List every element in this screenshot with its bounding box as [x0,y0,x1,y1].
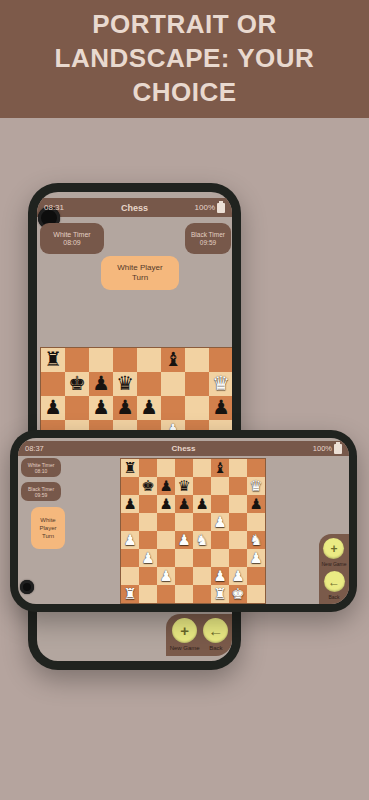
square-f4[interactable] [211,531,229,549]
square-d2[interactable] [175,567,193,585]
black-timer-button[interactable]: Black Timer 09:59 [21,482,61,501]
square-h1[interactable] [247,585,265,603]
turn-line: Turn [132,273,148,283]
piece-wn: ♞ [249,531,262,549]
turn-indicator-badge: White Player Turn [101,256,179,290]
piece-bp: ♟ [159,477,172,495]
square-e7[interactable] [193,477,211,495]
square-c4[interactable] [157,531,175,549]
square-b7[interactable]: ♚ [65,372,89,396]
piece-wk: ♚ [231,585,244,603]
piece-wq: ♛ [212,372,230,396]
square-c1[interactable] [157,585,175,603]
square-h6[interactable]: ♟ [247,495,265,513]
piece-bp: ♟ [195,495,208,513]
square-e4[interactable]: ♞ [193,531,211,549]
landscape-action-panel: + New Game ← Back [319,534,349,604]
square-e2[interactable] [193,567,211,585]
square-g7[interactable] [185,372,209,396]
piece-bb: ♝ [213,459,226,477]
square-a8[interactable]: ♜ [121,459,139,477]
piece-bp: ♟ [92,396,110,420]
square-h3[interactable]: ♟ [247,549,265,567]
square-b8[interactable] [139,459,157,477]
square-c5[interactable] [157,513,175,531]
square-a4[interactable]: ♟ [121,531,139,549]
piece-br: ♜ [123,459,136,477]
piece-bp: ♟ [92,372,110,396]
clock-time: 08:37 [25,444,44,453]
landscape-phone: Chess 08:37 100% White Timer 08:10 Black… [10,430,357,612]
square-f8[interactable]: ♝ [211,459,229,477]
square-e5[interactable] [193,513,211,531]
square-d6[interactable]: ♟ [113,396,137,420]
black-timer-label: Black Timer [191,231,225,238]
back-button[interactable]: ← [324,571,345,592]
piece-wp: ♟ [249,549,262,567]
piece-bp: ♟ [177,495,190,513]
square-b6[interactable] [65,396,89,420]
square-g3[interactable] [229,549,247,567]
square-c8[interactable] [157,459,175,477]
white-timer-button[interactable]: White Timer 08:09 [40,223,104,254]
piece-wp: ♟ [123,531,136,549]
piece-bp: ♟ [249,495,262,513]
square-b1[interactable] [139,585,157,603]
square-f1[interactable]: ♜ [211,585,229,603]
portrait-action-panel: + New Game ← Back [166,614,232,656]
square-e7[interactable] [137,372,161,396]
black-timer-value: 09:59 [200,239,216,246]
battery-percent: 100% [313,444,332,453]
white-timer-value: 08:10 [35,468,48,474]
front-camera-hole [20,580,34,594]
portrait-app-bar: Chess 08:31 100% [37,198,232,217]
battery-status: 100% [313,444,342,454]
turn-line: Turn [42,532,54,540]
turn-line: White [40,516,55,524]
square-a3[interactable] [121,549,139,567]
turn-line: White Player [117,263,162,273]
square-h8[interactable] [247,459,265,477]
piece-bq: ♛ [177,477,190,495]
landscape-app-bar: Chess 08:37 100% [18,441,349,456]
back-label: Back [328,594,339,600]
piece-wq: ♛ [249,477,262,495]
promo-title: PORTRAIT OR LANDSCAPE: YOUR CHOICE [0,8,369,109]
square-g2[interactable]: ♟ [229,567,247,585]
piece-bp: ♟ [159,495,172,513]
battery-icon [334,444,342,454]
square-b6[interactable] [139,495,157,513]
piece-bp: ♟ [44,396,62,420]
square-g7[interactable] [229,477,247,495]
square-f6[interactable] [211,495,229,513]
square-g4[interactable] [229,531,247,549]
piece-bp: ♟ [123,495,136,513]
square-f8[interactable]: ♝ [161,348,185,372]
back-group: ← Back [203,618,228,651]
back-button[interactable]: ← [203,618,228,643]
square-c3[interactable] [157,549,175,567]
square-b3[interactable]: ♟ [139,549,157,567]
piece-wp: ♟ [159,567,172,585]
white-timer-label: White Timer [53,231,90,238]
piece-bp: ♟ [116,396,134,420]
black-timer-button[interactable]: Black Timer 09:59 [185,223,231,254]
square-f5[interactable]: ♟ [211,513,229,531]
piece-wp: ♟ [213,513,226,531]
piece-wp: ♟ [177,531,190,549]
square-c2[interactable]: ♟ [157,567,175,585]
battery-status: 100% [195,203,225,213]
square-b2[interactable] [139,567,157,585]
square-g5[interactable] [229,513,247,531]
square-e6[interactable]: ♟ [193,495,211,513]
new-game-button[interactable]: + [323,538,344,559]
promo-screenshot: PORTRAIT OR LANDSCAPE: YOUR CHOICE Chess… [0,0,369,800]
square-b8[interactable] [65,348,89,372]
piece-wp: ♟ [141,549,154,567]
square-f3[interactable] [211,549,229,567]
square-h2[interactable] [247,567,265,585]
piece-bk: ♚ [68,372,86,396]
back-group: ← Back [324,571,345,600]
back-label: Back [209,645,222,651]
square-d5[interactable] [175,513,193,531]
clock-time: 08:31 [44,203,64,212]
piece-wr: ♜ [213,585,226,603]
new-game-label: New Game [170,645,200,651]
piece-bb: ♝ [164,348,182,372]
black-timer-value: 09:59 [35,492,48,498]
square-a1[interactable]: ♜ [121,585,139,603]
piece-bp: ♟ [140,396,158,420]
new-game-button[interactable]: + [172,618,197,643]
square-e8[interactable] [137,348,161,372]
square-c7[interactable]: ♟ [89,372,113,396]
square-c7[interactable]: ♟ [157,477,175,495]
battery-icon [217,203,225,213]
square-h4[interactable]: ♞ [247,531,265,549]
piece-bp: ♟ [212,396,230,420]
square-f6[interactable] [161,396,185,420]
square-b4[interactable] [139,531,157,549]
piece-wn: ♞ [195,531,208,549]
square-h7[interactable]: ♛ [209,372,232,396]
square-d1[interactable] [175,585,193,603]
square-h7[interactable]: ♛ [247,477,265,495]
square-a7[interactable] [41,372,65,396]
new-game-label: New Game [321,561,346,567]
turn-line: Player [39,524,56,532]
square-a2[interactable] [121,567,139,585]
square-d3[interactable] [175,549,193,567]
square-g6[interactable] [185,396,209,420]
piece-bk: ♚ [141,477,154,495]
square-a6[interactable]: ♟ [121,495,139,513]
square-g1[interactable]: ♚ [229,585,247,603]
battery-percent: 100% [195,203,215,212]
square-g8[interactable] [185,348,209,372]
square-b5[interactable] [139,513,157,531]
piece-wr: ♜ [123,585,136,603]
square-e8[interactable] [193,459,211,477]
chess-board-landscape: ♜♝♚♟♛♛♟♟♟♟♟♟♟♟♞♞♟♟♟♟♟♜♜♚ [120,458,266,604]
piece-bq: ♛ [116,372,134,396]
square-a6[interactable]: ♟ [41,396,65,420]
square-f7[interactable] [211,477,229,495]
piece-wp: ♟ [213,567,226,585]
square-a5[interactable] [121,513,139,531]
white-timer-button[interactable]: White Timer 08:10 [21,458,61,477]
square-f7[interactable] [161,372,185,396]
square-d8[interactable] [113,348,137,372]
white-timer-value: 08:09 [63,239,81,246]
square-d7[interactable]: ♛ [175,477,193,495]
square-d4[interactable]: ♟ [175,531,193,549]
square-g6[interactable] [229,495,247,513]
app-title: Chess [18,444,349,453]
square-b7[interactable]: ♚ [139,477,157,495]
square-e6[interactable]: ♟ [137,396,161,420]
square-a7[interactable] [121,477,139,495]
square-e3[interactable] [193,549,211,567]
promo-banner: PORTRAIT OR LANDSCAPE: YOUR CHOICE [0,0,369,118]
square-h5[interactable] [247,513,265,531]
new-game-group: + New Game [170,618,200,651]
square-h6[interactable]: ♟ [209,396,232,420]
square-a8[interactable]: ♜ [41,348,65,372]
square-c6[interactable]: ♟ [89,396,113,420]
square-c8[interactable] [89,348,113,372]
square-d7[interactable]: ♛ [113,372,137,396]
new-game-group: + New Game [321,538,346,567]
piece-wp: ♟ [231,567,244,585]
square-c6[interactable]: ♟ [157,495,175,513]
square-h8[interactable] [209,348,232,372]
piece-br: ♜ [44,348,62,372]
square-f2[interactable]: ♟ [211,567,229,585]
square-e1[interactable] [193,585,211,603]
landscape-screen: Chess 08:37 100% White Timer 08:10 Black… [18,438,349,604]
turn-indicator-badge: White Player Turn [31,507,65,549]
square-d6[interactable]: ♟ [175,495,193,513]
square-d8[interactable] [175,459,193,477]
square-g8[interactable] [229,459,247,477]
